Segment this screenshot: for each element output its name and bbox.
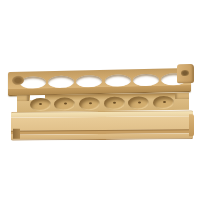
top-shelf [8, 68, 191, 96]
pit-center-mark-icon [138, 102, 141, 104]
pit-center-mark-icon [64, 103, 67, 105]
hole-5 [133, 74, 159, 87]
pit-2 [54, 97, 75, 110]
hole-2 [48, 76, 74, 89]
base-left-notch [13, 129, 20, 139]
hole-1 [20, 76, 46, 89]
pit-center-mark-icon [89, 103, 92, 105]
pit-3 [79, 97, 100, 110]
pit-4 [104, 97, 125, 110]
pit-6 [153, 96, 174, 109]
hole-3 [76, 75, 102, 88]
base-plinth [11, 110, 193, 140]
base-foot [11, 133, 193, 141]
wood-knot-right-icon [181, 70, 189, 76]
pit-center-mark-icon [39, 103, 42, 105]
right-support-post [175, 93, 189, 99]
wooden-rack [7, 70, 193, 140]
right-end-cap [177, 64, 194, 83]
pit-center-mark-icon [163, 101, 166, 103]
product-photo [0, 0, 200, 200]
pit-center-mark-icon [113, 102, 116, 104]
cup-board [17, 93, 189, 113]
base-right-edge [189, 114, 194, 136]
hole-4 [105, 74, 131, 87]
pit-5 [128, 96, 149, 109]
pit-1 [30, 98, 51, 111]
